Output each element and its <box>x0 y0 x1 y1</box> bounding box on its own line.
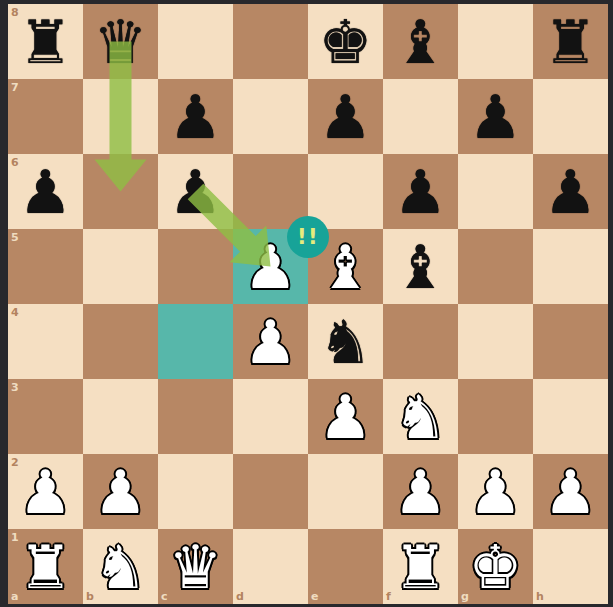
file-label-h: h <box>536 590 544 603</box>
square-a7[interactable]: 7 <box>8 79 83 154</box>
piece-black-bishop-f8[interactable]: ♝ <box>383 4 458 79</box>
square-c8[interactable] <box>158 4 233 79</box>
square-e3[interactable]: ♟ <box>308 379 383 454</box>
square-d8[interactable] <box>233 4 308 79</box>
brilliant-move-label: !! <box>297 225 319 249</box>
square-c4[interactable] <box>158 304 233 379</box>
square-a8[interactable]: 8♜ <box>8 4 83 79</box>
piece-black-rook-h8[interactable]: ♜ <box>533 4 608 79</box>
square-h8[interactable]: ♜ <box>533 4 608 79</box>
square-g3[interactable] <box>458 379 533 454</box>
square-f5[interactable]: ♝ <box>383 229 458 304</box>
square-d3[interactable] <box>233 379 308 454</box>
piece-black-queen-b8[interactable]: ♛ <box>83 4 158 79</box>
piece-black-pawn-c7[interactable]: ♟ <box>158 79 233 154</box>
square-d1[interactable]: d <box>233 529 308 604</box>
piece-white-king-g1[interactable]: ♚ <box>458 529 533 604</box>
file-label-d: d <box>236 590 244 603</box>
piece-white-rook-a1[interactable]: ♜ <box>8 529 83 604</box>
piece-black-pawn-a6[interactable]: ♟ <box>8 154 83 229</box>
square-f7[interactable] <box>383 79 458 154</box>
rank-label-4: 4 <box>11 306 19 319</box>
square-b7[interactable] <box>83 79 158 154</box>
square-g4[interactable] <box>458 304 533 379</box>
board-frame: 8♜♛♚♝♜7♟♟♟6♟♟♟♟5♟♝♝4♟♞3♟♞2♟♟♟♟♟1a♜b♞c♛de… <box>0 0 613 607</box>
square-h1[interactable]: h <box>533 529 608 604</box>
rank-label-5: 5 <box>11 231 19 244</box>
square-b3[interactable] <box>83 379 158 454</box>
square-d7[interactable] <box>233 79 308 154</box>
square-h6[interactable]: ♟ <box>533 154 608 229</box>
square-e7[interactable]: ♟ <box>308 79 383 154</box>
square-f4[interactable] <box>383 304 458 379</box>
square-b4[interactable] <box>83 304 158 379</box>
square-b8[interactable]: ♛ <box>83 4 158 79</box>
square-h7[interactable] <box>533 79 608 154</box>
piece-black-bishop-f5[interactable]: ♝ <box>383 229 458 304</box>
piece-white-pawn-b2[interactable]: ♟ <box>83 454 158 529</box>
brilliant-move-badge: !! <box>287 216 329 258</box>
square-f2[interactable]: ♟ <box>383 454 458 529</box>
rank-label-7: 7 <box>11 81 19 94</box>
square-a6[interactable]: 6♟ <box>8 154 83 229</box>
square-a5[interactable]: 5 <box>8 229 83 304</box>
square-c5[interactable] <box>158 229 233 304</box>
square-h5[interactable] <box>533 229 608 304</box>
square-h2[interactable]: ♟ <box>533 454 608 529</box>
piece-white-pawn-f2[interactable]: ♟ <box>383 454 458 529</box>
square-a2[interactable]: 2♟ <box>8 454 83 529</box>
square-g6[interactable] <box>458 154 533 229</box>
piece-white-pawn-d4[interactable]: ♟ <box>233 304 308 379</box>
square-h4[interactable] <box>533 304 608 379</box>
piece-white-queen-c1[interactable]: ♛ <box>158 529 233 604</box>
piece-white-pawn-a2[interactable]: ♟ <box>8 454 83 529</box>
piece-black-pawn-c6[interactable]: ♟ <box>158 154 233 229</box>
piece-white-pawn-g2[interactable]: ♟ <box>458 454 533 529</box>
square-d2[interactable] <box>233 454 308 529</box>
square-d4[interactable]: ♟ <box>233 304 308 379</box>
piece-black-pawn-e7[interactable]: ♟ <box>308 79 383 154</box>
square-e4[interactable]: ♞ <box>308 304 383 379</box>
square-g1[interactable]: g♚ <box>458 529 533 604</box>
square-g2[interactable]: ♟ <box>458 454 533 529</box>
file-label-e: e <box>311 590 318 603</box>
square-c2[interactable] <box>158 454 233 529</box>
board-wrap: 8♜♛♚♝♜7♟♟♟6♟♟♟♟5♟♝♝4♟♞3♟♞2♟♟♟♟♟1a♜b♞c♛de… <box>8 4 608 604</box>
square-h3[interactable] <box>533 379 608 454</box>
piece-black-rook-a8[interactable]: ♜ <box>8 4 83 79</box>
square-c7[interactable]: ♟ <box>158 79 233 154</box>
square-f1[interactable]: f♜ <box>383 529 458 604</box>
piece-black-pawn-f6[interactable]: ♟ <box>383 154 458 229</box>
square-f6[interactable]: ♟ <box>383 154 458 229</box>
square-g5[interactable] <box>458 229 533 304</box>
square-e6[interactable] <box>308 154 383 229</box>
square-b5[interactable] <box>83 229 158 304</box>
piece-black-pawn-g7[interactable]: ♟ <box>458 79 533 154</box>
square-f8[interactable]: ♝ <box>383 4 458 79</box>
square-e2[interactable] <box>308 454 383 529</box>
piece-black-pawn-h6[interactable]: ♟ <box>533 154 608 229</box>
square-g8[interactable] <box>458 4 533 79</box>
square-e8[interactable]: ♚ <box>308 4 383 79</box>
square-b6[interactable] <box>83 154 158 229</box>
piece-white-knight-f3[interactable]: ♞ <box>383 379 458 454</box>
square-a3[interactable]: 3 <box>8 379 83 454</box>
square-e1[interactable]: e <box>308 529 383 604</box>
piece-white-pawn-e3[interactable]: ♟ <box>308 379 383 454</box>
piece-white-pawn-h2[interactable]: ♟ <box>533 454 608 529</box>
chess-board: 8♜♛♚♝♜7♟♟♟6♟♟♟♟5♟♝♝4♟♞3♟♞2♟♟♟♟♟1a♜b♞c♛de… <box>8 4 608 604</box>
piece-black-knight-e4[interactable]: ♞ <box>308 304 383 379</box>
square-a4[interactable]: 4 <box>8 304 83 379</box>
square-c6[interactable]: ♟ <box>158 154 233 229</box>
square-b2[interactable]: ♟ <box>83 454 158 529</box>
piece-white-knight-b1[interactable]: ♞ <box>83 529 158 604</box>
square-b1[interactable]: b♞ <box>83 529 158 604</box>
square-a1[interactable]: 1a♜ <box>8 529 83 604</box>
square-f3[interactable]: ♞ <box>383 379 458 454</box>
square-c1[interactable]: c♛ <box>158 529 233 604</box>
rank-label-3: 3 <box>11 381 19 394</box>
piece-white-rook-f1[interactable]: ♜ <box>383 529 458 604</box>
piece-black-king-e8[interactable]: ♚ <box>308 4 383 79</box>
square-c3[interactable] <box>158 379 233 454</box>
square-g7[interactable]: ♟ <box>458 79 533 154</box>
